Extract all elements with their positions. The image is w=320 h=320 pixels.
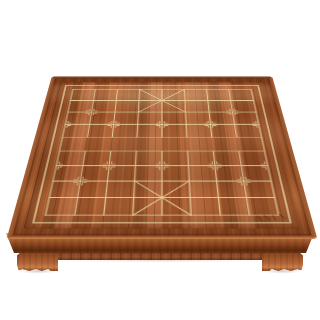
table-foot-left (17, 250, 58, 271)
xiangqi-grid-svg (24, 82, 301, 229)
product-photo-canvas (0, 0, 320, 320)
board-frame-top (7, 77, 318, 239)
table-foot-right (262, 250, 303, 271)
